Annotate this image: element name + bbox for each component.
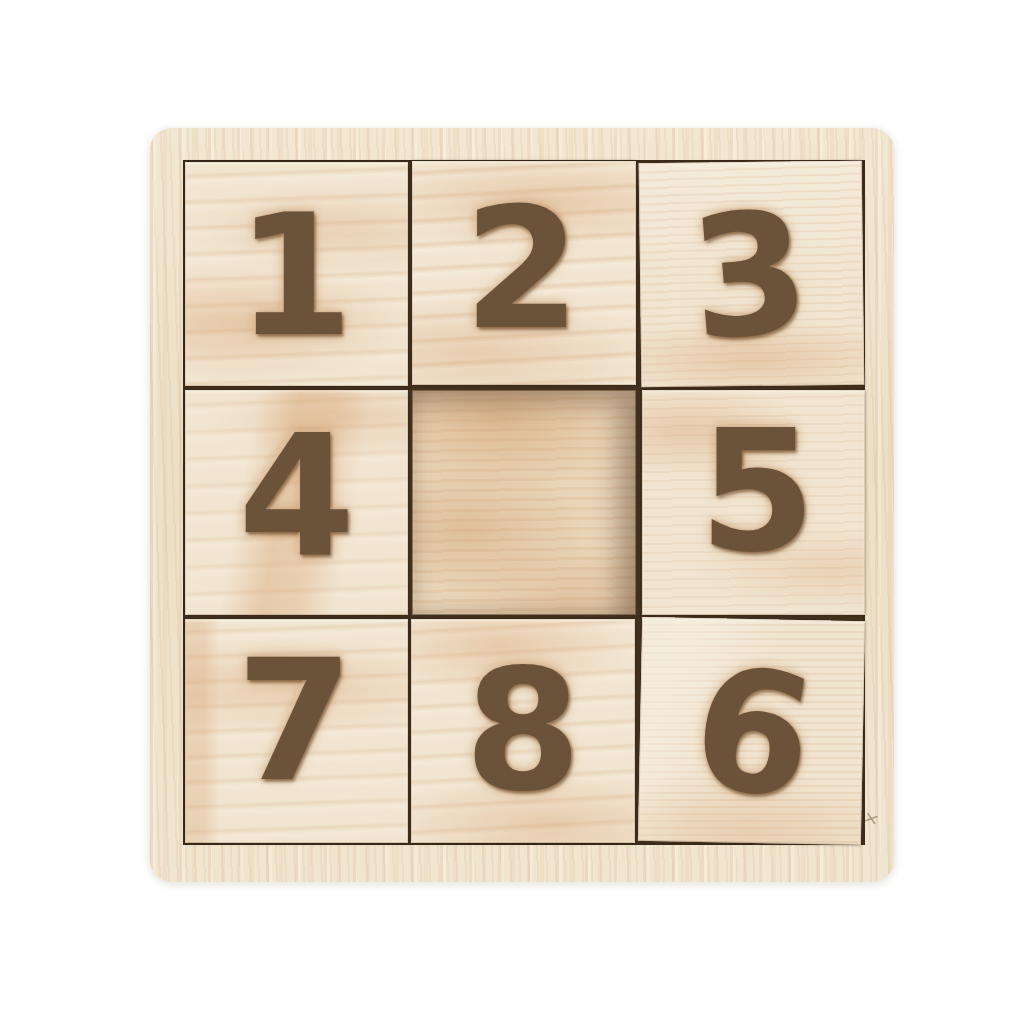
tile-8[interactable]: 8 — [411, 619, 634, 843]
puzzle-well: 1 2 3 4 5 7 8 6 — [183, 160, 865, 845]
tile-2-digit: 2 — [464, 185, 581, 353]
tile-2[interactable]: 2 — [412, 161, 635, 385]
tile-5-digit: 5 — [699, 408, 816, 576]
tile-1[interactable]: 1 — [185, 162, 408, 386]
tile-6[interactable]: 6 — [638, 617, 866, 846]
tile-3-digit: 3 — [684, 188, 814, 365]
tile-8-digit: 8 — [465, 647, 582, 815]
tile-7[interactable]: 7 — [185, 619, 408, 843]
tile-7-digit: 7 — [236, 637, 353, 805]
tile-3[interactable]: 3 — [638, 161, 864, 388]
tile-6-digit: 6 — [682, 641, 824, 825]
tile-4-digit: 4 — [238, 412, 355, 580]
tile-1-digit: 1 — [236, 192, 353, 360]
empty-cell — [412, 390, 635, 614]
puzzle-board: 1 2 3 4 5 7 8 6 × — [150, 128, 894, 882]
tile-4[interactable]: 4 — [185, 390, 408, 614]
photo-background: { "game": "8-puzzle (3x3 wooden sliding … — [0, 0, 1024, 1024]
tile-5[interactable]: 5 — [642, 390, 865, 614]
